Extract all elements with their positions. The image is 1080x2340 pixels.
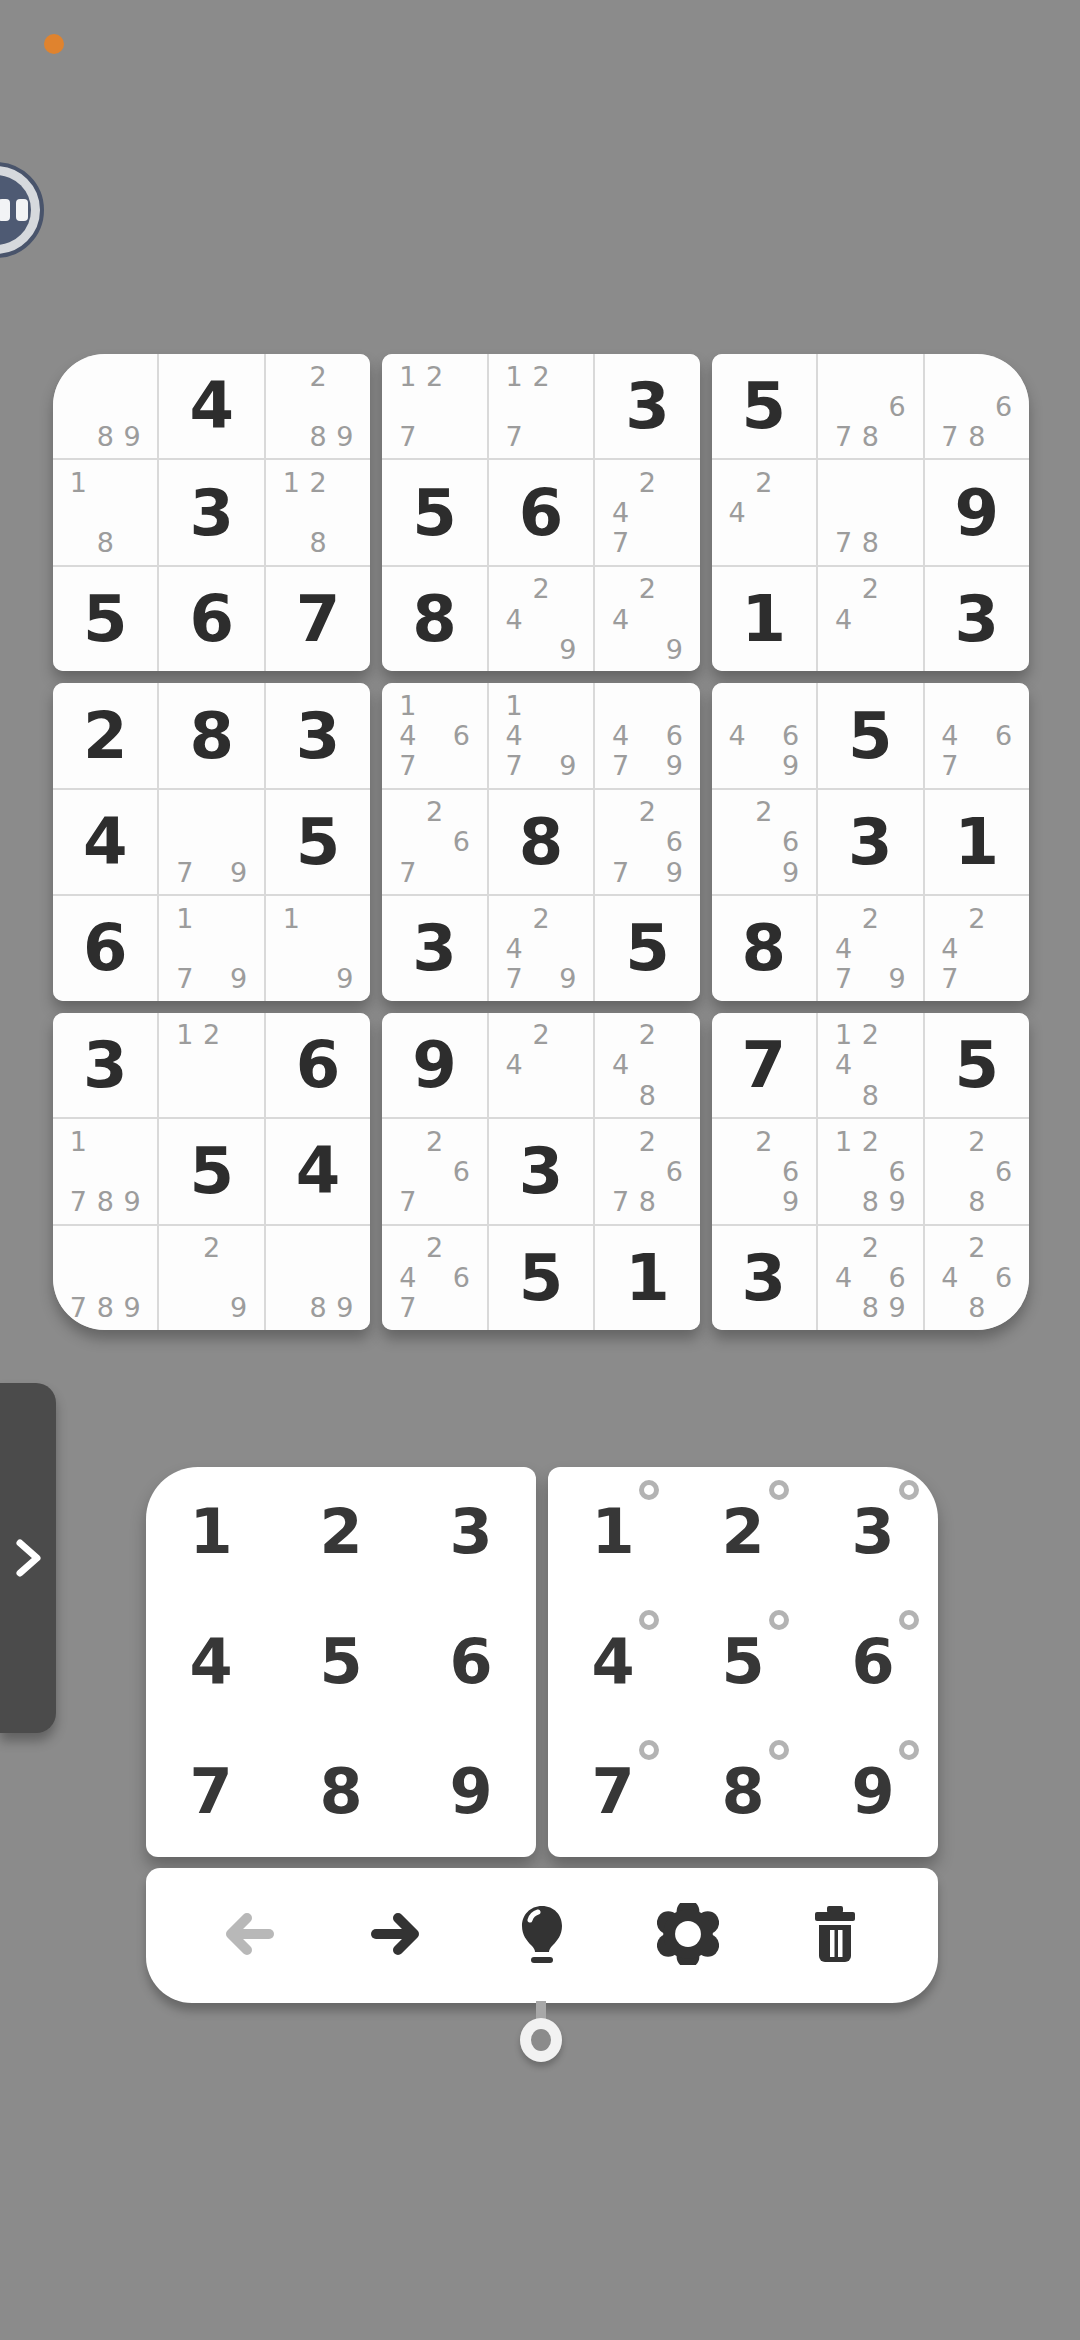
board-box-9: 712485269126892683246892468 bbox=[712, 1013, 1029, 1330]
pencil-mark-4: 4 bbox=[607, 1050, 634, 1080]
pencil-mark-7: 7 bbox=[394, 857, 421, 887]
pencil-mark-9: 9 bbox=[884, 964, 911, 994]
pencil-mark-4: 4 bbox=[724, 498, 751, 528]
undo-button[interactable] bbox=[217, 1904, 281, 1968]
cell-r6c2[interactable]: 179 bbox=[159, 896, 263, 1000]
pencil-marks: 127 bbox=[501, 361, 581, 451]
pencil-mark-1: 1 bbox=[501, 690, 528, 720]
pencil-mark-4: 4 bbox=[937, 720, 964, 750]
cell-r5c1[interactable]: 4 bbox=[53, 790, 157, 894]
key-digit: 5 bbox=[721, 1631, 764, 1693]
digit-key-8[interactable]: 8 bbox=[276, 1727, 406, 1857]
cell-r7c8[interactable]: 1248 bbox=[818, 1013, 922, 1117]
pencil-mark-2: 2 bbox=[528, 361, 555, 391]
cell-r1c5[interactable]: 127 bbox=[489, 354, 593, 458]
pencil-mark-6: 6 bbox=[884, 391, 911, 421]
cell-r7c1[interactable]: 3 bbox=[53, 1013, 157, 1117]
cell-r2c2[interactable]: 3 bbox=[159, 460, 263, 564]
pencil-mark-2: 2 bbox=[750, 1126, 777, 1156]
cell-r3c7[interactable]: 1 bbox=[712, 567, 816, 671]
cell-r8c3[interactable]: 4 bbox=[266, 1119, 370, 1223]
cell-r3c5[interactable]: 249 bbox=[489, 567, 593, 671]
pencil-mark-7: 7 bbox=[607, 528, 634, 558]
pencil-mark-8: 8 bbox=[857, 528, 884, 558]
key-digit: 4 bbox=[591, 1631, 634, 1693]
pencil-mark-7: 7 bbox=[937, 421, 964, 451]
pencil-mark-2: 2 bbox=[857, 1126, 884, 1156]
note-ring-icon bbox=[899, 1480, 919, 1500]
board-box-4: 2834795617919 bbox=[53, 683, 370, 1000]
cell-r4c1[interactable]: 2 bbox=[53, 683, 157, 787]
pencil-mark-4: 4 bbox=[830, 1050, 857, 1080]
pencil-mark-9: 9 bbox=[661, 634, 688, 664]
key-digit: 3 bbox=[449, 1501, 492, 1563]
pencil-mark-9: 9 bbox=[777, 1186, 804, 1216]
cell-r3c3[interactable]: 7 bbox=[266, 567, 370, 671]
note-ring-icon bbox=[899, 1740, 919, 1760]
note-digit-key-6[interactable]: 6 bbox=[808, 1597, 938, 1727]
cell-r6c8[interactable]: 2479 bbox=[818, 896, 922, 1000]
pencil-mark-6: 6 bbox=[448, 827, 475, 857]
digit-key-7[interactable]: 7 bbox=[146, 1727, 276, 1857]
cell-r4c2[interactable]: 8 bbox=[159, 683, 263, 787]
note-digit-key-7[interactable]: 7 bbox=[548, 1727, 678, 1857]
pencil-marks: 12689 bbox=[830, 1126, 910, 1216]
pencil-marks: 1248 bbox=[830, 1020, 910, 1110]
pencil-mark-4: 4 bbox=[394, 1263, 421, 1293]
pencil-mark-2: 2 bbox=[857, 1233, 884, 1263]
pencil-marks: 179 bbox=[171, 903, 251, 993]
cell-value: 3 bbox=[595, 354, 699, 458]
cell-r1c7[interactable]: 5 bbox=[712, 354, 816, 458]
cell-r4c4[interactable]: 1467 bbox=[382, 683, 486, 787]
cell-r9c8[interactable]: 24689 bbox=[818, 1226, 922, 1330]
cell-value: 8 bbox=[489, 790, 593, 894]
key-digit: 3 bbox=[851, 1501, 894, 1563]
pencil-mark-9: 9 bbox=[554, 634, 581, 664]
pencil-mark-9: 9 bbox=[777, 857, 804, 887]
cell-r2c6[interactable]: 247 bbox=[595, 460, 699, 564]
redo-button[interactable] bbox=[364, 1904, 428, 1968]
cell-r8c4[interactable]: 267 bbox=[382, 1119, 486, 1223]
cell-r5c8[interactable]: 3 bbox=[818, 790, 922, 894]
cell-r4c7[interactable]: 469 bbox=[712, 683, 816, 787]
pencil-marks: 789 bbox=[65, 1233, 145, 1323]
pencil-mark-9: 9 bbox=[554, 751, 581, 781]
pencil-mark-7: 7 bbox=[394, 421, 421, 451]
cell-r9c3[interactable]: 89 bbox=[266, 1226, 370, 1330]
pencil-mark-1: 1 bbox=[830, 1126, 857, 1156]
digit-key-9[interactable]: 9 bbox=[406, 1727, 536, 1857]
cell-r1c4[interactable]: 127 bbox=[382, 354, 486, 458]
pencil-mark-8: 8 bbox=[305, 528, 332, 558]
pencil-mark-9: 9 bbox=[332, 421, 359, 451]
cell-r5c2[interactable]: 79 bbox=[159, 790, 263, 894]
pencil-marks: 89 bbox=[65, 361, 145, 451]
cell-r1c3[interactable]: 289 bbox=[266, 354, 370, 458]
pause-button[interactable] bbox=[0, 162, 44, 258]
cell-r9c6[interactable]: 1 bbox=[595, 1226, 699, 1330]
side-drawer-tab[interactable] bbox=[0, 1383, 56, 1733]
pencil-mark-8: 8 bbox=[857, 1080, 884, 1110]
key-digit: 4 bbox=[189, 1631, 232, 1693]
pencil-mark-6: 6 bbox=[661, 1156, 688, 1186]
key-digit: 6 bbox=[449, 1631, 492, 1693]
pencil-mark-9: 9 bbox=[119, 1293, 146, 1323]
pencil-mark-2: 2 bbox=[750, 467, 777, 497]
pencil-mark-9: 9 bbox=[332, 1293, 359, 1323]
digit-key-4[interactable]: 4 bbox=[146, 1597, 276, 1727]
pencil-mark-6: 6 bbox=[448, 1263, 475, 1293]
pencil-mark-8: 8 bbox=[634, 1186, 661, 1216]
pencil-mark-2: 2 bbox=[634, 1020, 661, 1050]
pencil-mark-1: 1 bbox=[171, 1020, 198, 1050]
note-ring-icon bbox=[639, 1740, 659, 1760]
pencil-mark-7: 7 bbox=[501, 964, 528, 994]
pencil-marks: 247 bbox=[607, 467, 687, 557]
sudoku-board: 8942891831285671271273562478249249567867… bbox=[53, 354, 1029, 1330]
cell-value: 4 bbox=[266, 1119, 370, 1223]
cell-r1c1[interactable]: 89 bbox=[53, 354, 157, 458]
pencil-mark-7: 7 bbox=[607, 857, 634, 887]
cell-r8c6[interactable]: 2678 bbox=[595, 1119, 699, 1223]
pencil-marks: 24 bbox=[501, 1020, 581, 1110]
pencil-marks: 1467 bbox=[394, 690, 474, 780]
pencil-marks: 1789 bbox=[65, 1126, 145, 1216]
pencil-marks: 249 bbox=[607, 574, 687, 664]
pencil-mark-4: 4 bbox=[830, 1263, 857, 1293]
cell-r5c7[interactable]: 269 bbox=[712, 790, 816, 894]
cell-value: 7 bbox=[712, 1013, 816, 1117]
pencil-mark-1: 1 bbox=[65, 467, 92, 497]
cell-value: 3 bbox=[712, 1226, 816, 1330]
cell-r2c7[interactable]: 24 bbox=[712, 460, 816, 564]
settings-button[interactable] bbox=[656, 1904, 720, 1968]
cell-r8c1[interactable]: 1789 bbox=[53, 1119, 157, 1223]
cell-value: 3 bbox=[266, 683, 370, 787]
pencil-mark-4: 4 bbox=[607, 498, 634, 528]
cell-r7c4[interactable]: 9 bbox=[382, 1013, 486, 1117]
cell-r5c3[interactable]: 5 bbox=[266, 790, 370, 894]
cell-r5c5[interactable]: 8 bbox=[489, 790, 593, 894]
cell-r8c2[interactable]: 5 bbox=[159, 1119, 263, 1223]
cell-value: 8 bbox=[712, 896, 816, 1000]
pencil-marks: 127 bbox=[394, 361, 474, 451]
cell-value: 6 bbox=[53, 896, 157, 1000]
pencil-mark-6: 6 bbox=[990, 720, 1017, 750]
cell-value: 9 bbox=[925, 460, 1029, 564]
cell-r7c5[interactable]: 24 bbox=[489, 1013, 593, 1117]
cell-r1c2[interactable]: 4 bbox=[159, 354, 263, 458]
pencil-mark-7: 7 bbox=[830, 964, 857, 994]
key-digit: 6 bbox=[851, 1631, 894, 1693]
pencil-mark-9: 9 bbox=[884, 1293, 911, 1323]
pencil-mark-6: 6 bbox=[661, 827, 688, 857]
toolbar bbox=[146, 1868, 938, 2003]
cell-r6c4[interactable]: 3 bbox=[382, 896, 486, 1000]
board-box-3: 5678678247891243 bbox=[712, 354, 1029, 671]
note-digit-key-4[interactable]: 4 bbox=[548, 1597, 678, 1727]
cell-r9c5[interactable]: 5 bbox=[489, 1226, 593, 1330]
cell-value: 7 bbox=[266, 567, 370, 671]
pencil-mark-7: 7 bbox=[394, 1186, 421, 1216]
pencil-marks: 24 bbox=[830, 574, 910, 664]
cell-r2c3[interactable]: 128 bbox=[266, 460, 370, 564]
pencil-mark-2: 2 bbox=[857, 574, 884, 604]
cell-r9c1[interactable]: 789 bbox=[53, 1226, 157, 1330]
pencil-mark-7: 7 bbox=[394, 1293, 421, 1323]
pencil-mark-1: 1 bbox=[501, 361, 528, 391]
note-ring-icon bbox=[639, 1480, 659, 1500]
cell-value: 4 bbox=[53, 790, 157, 894]
pencil-mark-2: 2 bbox=[198, 1020, 225, 1050]
pencil-mark-1: 1 bbox=[830, 1020, 857, 1050]
cell-r4c6[interactable]: 4679 bbox=[595, 683, 699, 787]
pencil-mark-4: 4 bbox=[394, 720, 421, 750]
digit-key-1[interactable]: 1 bbox=[146, 1467, 276, 1597]
note-digit-key-2[interactable]: 2 bbox=[678, 1467, 808, 1597]
pencil-marks: 269 bbox=[724, 1126, 804, 1216]
cell-r7c2[interactable]: 12 bbox=[159, 1013, 263, 1117]
erase-button[interactable] bbox=[803, 1904, 867, 1968]
pencil-mark-9: 9 bbox=[225, 1293, 252, 1323]
pencil-marks: 79 bbox=[171, 797, 251, 887]
cell-value: 3 bbox=[382, 896, 486, 1000]
cell-value: 3 bbox=[159, 460, 263, 564]
cell-value: 3 bbox=[925, 567, 1029, 671]
pencil-mark-6: 6 bbox=[990, 1156, 1017, 1186]
pencil-marks: 267 bbox=[394, 797, 474, 887]
pencil-mark-7: 7 bbox=[65, 1293, 92, 1323]
pencil-mark-2: 2 bbox=[857, 1020, 884, 1050]
cell-value: 1 bbox=[712, 567, 816, 671]
cell-r4c5[interactable]: 1479 bbox=[489, 683, 593, 787]
cell-r9c2[interactable]: 29 bbox=[159, 1226, 263, 1330]
cell-r8c8[interactable]: 12689 bbox=[818, 1119, 922, 1223]
pencil-mark-8: 8 bbox=[92, 1186, 119, 1216]
pencil-mark-2: 2 bbox=[634, 1126, 661, 1156]
cell-r6c1[interactable]: 6 bbox=[53, 896, 157, 1000]
cell-r7c6[interactable]: 248 bbox=[595, 1013, 699, 1117]
note-digit-key-9[interactable]: 9 bbox=[808, 1727, 938, 1857]
key-digit: 1 bbox=[189, 1501, 232, 1563]
cell-r1c8[interactable]: 678 bbox=[818, 354, 922, 458]
arrow-left-icon bbox=[219, 1904, 279, 1967]
cell-r9c4[interactable]: 2467 bbox=[382, 1226, 486, 1330]
cell-value: 8 bbox=[382, 567, 486, 671]
cell-value: 3 bbox=[818, 790, 922, 894]
key-digit: 9 bbox=[449, 1761, 492, 1823]
pencil-marks: 24 bbox=[724, 467, 804, 557]
pencil-mark-2: 2 bbox=[198, 1233, 225, 1263]
cell-r9c9[interactable]: 2468 bbox=[925, 1226, 1029, 1330]
cell-value: 1 bbox=[595, 1226, 699, 1330]
cell-r1c6[interactable]: 3 bbox=[595, 354, 699, 458]
pencil-marks: 289 bbox=[278, 361, 358, 451]
pencil-mark-1: 1 bbox=[278, 903, 305, 933]
drag-handle[interactable] bbox=[520, 2018, 562, 2062]
pencil-mark-9: 9 bbox=[119, 1186, 146, 1216]
pencil-mark-7: 7 bbox=[65, 1186, 92, 1216]
cell-r3c6[interactable]: 249 bbox=[595, 567, 699, 671]
pencil-mark-8: 8 bbox=[963, 421, 990, 451]
note-digit-key-1[interactable]: 1 bbox=[548, 1467, 678, 1597]
cell-r7c9[interactable]: 5 bbox=[925, 1013, 1029, 1117]
pencil-marks: 18 bbox=[65, 467, 145, 557]
note-digit-key-5[interactable]: 5 bbox=[678, 1597, 808, 1727]
key-digit: 2 bbox=[721, 1501, 764, 1563]
pencil-mark-4: 4 bbox=[501, 720, 528, 750]
pencil-mark-8: 8 bbox=[305, 421, 332, 451]
digit-key-5[interactable]: 5 bbox=[276, 1597, 406, 1727]
board-box-5: 14671479467926782679324795 bbox=[382, 683, 699, 1000]
pencil-marks: 1479 bbox=[501, 690, 581, 780]
pencil-marks: 2678 bbox=[607, 1126, 687, 1216]
cell-r4c8[interactable]: 5 bbox=[818, 683, 922, 787]
pencil-mark-1: 1 bbox=[278, 467, 305, 497]
pencil-mark-1: 1 bbox=[171, 903, 198, 933]
cell-r2c4[interactable]: 5 bbox=[382, 460, 486, 564]
cell-r1c9[interactable]: 678 bbox=[925, 354, 1029, 458]
cell-r9c7[interactable]: 3 bbox=[712, 1226, 816, 1330]
cell-value: 6 bbox=[159, 567, 263, 671]
pencil-marks: 678 bbox=[937, 361, 1017, 451]
pencil-marks: 2479 bbox=[830, 903, 910, 993]
sudoku-app-screen: 8942891831285671271273562478249249567867… bbox=[0, 0, 1080, 2340]
cell-r3c8[interactable]: 24 bbox=[818, 567, 922, 671]
pencil-mark-7: 7 bbox=[394, 751, 421, 781]
pencil-mark-4: 4 bbox=[724, 720, 751, 750]
cell-r2c8[interactable]: 78 bbox=[818, 460, 922, 564]
pencil-mark-8: 8 bbox=[92, 528, 119, 558]
cell-r6c9[interactable]: 247 bbox=[925, 896, 1029, 1000]
pencil-mark-8: 8 bbox=[963, 1293, 990, 1323]
note-digit-key-3[interactable]: 3 bbox=[808, 1467, 938, 1597]
pencil-mark-9: 9 bbox=[225, 964, 252, 994]
pencil-marks: 247 bbox=[937, 903, 1017, 993]
gear-icon bbox=[657, 1903, 719, 1968]
cell-r2c5[interactable]: 6 bbox=[489, 460, 593, 564]
key-digit: 8 bbox=[319, 1761, 362, 1823]
pencil-mark-6: 6 bbox=[448, 720, 475, 750]
pencil-marks: 2468 bbox=[937, 1233, 1017, 1323]
pencil-mark-1: 1 bbox=[394, 361, 421, 391]
pencil-mark-4: 4 bbox=[607, 604, 634, 634]
cell-value: 3 bbox=[53, 1013, 157, 1117]
cell-r2c1[interactable]: 18 bbox=[53, 460, 157, 564]
digit-key-3[interactable]: 3 bbox=[406, 1467, 536, 1597]
cell-r4c3[interactable]: 3 bbox=[266, 683, 370, 787]
cell-r4c9[interactable]: 467 bbox=[925, 683, 1029, 787]
pencil-mark-4: 4 bbox=[501, 1050, 528, 1080]
pencil-mark-2: 2 bbox=[634, 467, 661, 497]
board-box-7: 31261789547892989 bbox=[53, 1013, 370, 1330]
pencil-marks: 89 bbox=[278, 1233, 358, 1323]
pencil-mark-8: 8 bbox=[857, 1186, 884, 1216]
key-digit: 7 bbox=[591, 1761, 634, 1823]
pencil-mark-9: 9 bbox=[661, 751, 688, 781]
cell-r7c3[interactable]: 6 bbox=[266, 1013, 370, 1117]
cell-value: 5 bbox=[382, 460, 486, 564]
pencil-mark-6: 6 bbox=[777, 1156, 804, 1186]
pencil-marks: 128 bbox=[278, 467, 358, 557]
cell-r2c9[interactable]: 9 bbox=[925, 460, 1029, 564]
pencil-mark-2: 2 bbox=[963, 1233, 990, 1263]
pencil-mark-7: 7 bbox=[501, 751, 528, 781]
pencil-mark-9: 9 bbox=[225, 857, 252, 887]
cell-r3c9[interactable]: 3 bbox=[925, 567, 1029, 671]
note-ring-icon bbox=[769, 1610, 789, 1630]
pencil-mark-2: 2 bbox=[528, 1020, 555, 1050]
pencil-marks: 249 bbox=[501, 574, 581, 664]
key-digit: 2 bbox=[319, 1501, 362, 1563]
cell-value: 4 bbox=[159, 354, 263, 458]
pencil-mark-4: 4 bbox=[501, 933, 528, 963]
pencil-mark-6: 6 bbox=[777, 827, 804, 857]
cell-r7c7[interactable]: 7 bbox=[712, 1013, 816, 1117]
pencil-mark-2: 2 bbox=[305, 361, 332, 391]
cell-value: 1 bbox=[925, 790, 1029, 894]
pencil-mark-9: 9 bbox=[884, 1186, 911, 1216]
cell-r8c5[interactable]: 3 bbox=[489, 1119, 593, 1223]
lightbulb-icon bbox=[512, 1904, 572, 1967]
notification-dot bbox=[44, 34, 64, 54]
cell-value: 6 bbox=[266, 1013, 370, 1117]
cell-r6c7[interactable]: 8 bbox=[712, 896, 816, 1000]
cell-r5c6[interactable]: 2679 bbox=[595, 790, 699, 894]
trash-icon bbox=[807, 1904, 863, 1967]
cell-r3c1[interactable]: 5 bbox=[53, 567, 157, 671]
pencil-mark-8: 8 bbox=[305, 1293, 332, 1323]
cell-r5c9[interactable]: 1 bbox=[925, 790, 1029, 894]
notes-number-pad: 123456789 bbox=[548, 1467, 938, 1857]
hint-button[interactable] bbox=[510, 1904, 574, 1968]
cell-r6c5[interactable]: 2479 bbox=[489, 896, 593, 1000]
note-ring-icon bbox=[769, 1740, 789, 1760]
pencil-mark-2: 2 bbox=[963, 903, 990, 933]
pencil-mark-7: 7 bbox=[171, 857, 198, 887]
pencil-mark-9: 9 bbox=[777, 751, 804, 781]
pencil-marks: 2479 bbox=[501, 903, 581, 993]
pencil-mark-4: 4 bbox=[607, 720, 634, 750]
pencil-mark-2: 2 bbox=[528, 574, 555, 604]
cell-r8c7[interactable]: 269 bbox=[712, 1119, 816, 1223]
cell-value: 5 bbox=[925, 1013, 1029, 1117]
cell-r3c4[interactable]: 8 bbox=[382, 567, 486, 671]
pencil-mark-7: 7 bbox=[937, 751, 964, 781]
note-digit-key-8[interactable]: 8 bbox=[678, 1727, 808, 1857]
pencil-mark-9: 9 bbox=[119, 421, 146, 451]
pencil-mark-9: 9 bbox=[332, 964, 359, 994]
pencil-mark-7: 7 bbox=[607, 1186, 634, 1216]
pencil-mark-8: 8 bbox=[92, 421, 119, 451]
pencil-mark-6: 6 bbox=[990, 391, 1017, 421]
digit-key-2[interactable]: 2 bbox=[276, 1467, 406, 1597]
cell-r6c3[interactable]: 19 bbox=[266, 896, 370, 1000]
chevron-right-icon bbox=[11, 1536, 45, 1580]
cell-r6c6[interactable]: 5 bbox=[595, 896, 699, 1000]
pencil-mark-7: 7 bbox=[937, 964, 964, 994]
cell-r3c2[interactable]: 6 bbox=[159, 567, 263, 671]
note-ring-icon bbox=[899, 1610, 919, 1630]
number-pad: 123456789 bbox=[146, 1467, 536, 1857]
digit-key-6[interactable]: 6 bbox=[406, 1597, 536, 1727]
cell-r5c4[interactable]: 267 bbox=[382, 790, 486, 894]
pencil-mark-7: 7 bbox=[171, 964, 198, 994]
cell-r8c9[interactable]: 268 bbox=[925, 1119, 1029, 1223]
pencil-mark-2: 2 bbox=[305, 467, 332, 497]
pencil-mark-6: 6 bbox=[990, 1263, 1017, 1293]
